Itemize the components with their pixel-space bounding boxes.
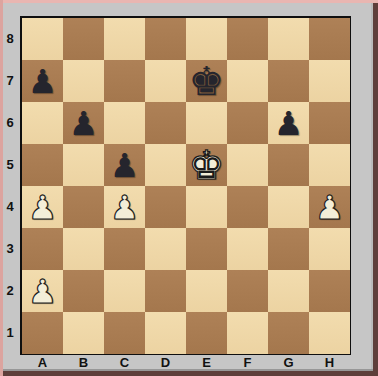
square-a8[interactable]: [22, 18, 63, 60]
square-d3[interactable]: [145, 228, 186, 270]
rank-label-7: 7: [3, 60, 17, 102]
square-f7[interactable]: [227, 60, 268, 102]
square-c1[interactable]: [104, 312, 145, 354]
rank-label-4: 4: [3, 186, 17, 228]
square-c3[interactable]: [104, 228, 145, 270]
square-a3[interactable]: [22, 228, 63, 270]
square-d4[interactable]: [145, 186, 186, 228]
square-f1[interactable]: [227, 312, 268, 354]
rank-label-2: 2: [3, 270, 17, 312]
square-d7[interactable]: [145, 60, 186, 102]
file-label-c: C: [104, 355, 145, 371]
piece-white-pawn[interactable]: ♟: [315, 191, 345, 224]
file-label-g: G: [268, 355, 309, 371]
square-h1[interactable]: [309, 312, 350, 354]
piece-black-pawn[interactable]: ♟: [28, 65, 58, 98]
square-e3[interactable]: [186, 228, 227, 270]
square-f4[interactable]: [227, 186, 268, 228]
square-h3[interactable]: [309, 228, 350, 270]
piece-black-king[interactable]: ♚: [189, 61, 225, 101]
square-h6[interactable]: [309, 102, 350, 144]
square-e4[interactable]: [186, 186, 227, 228]
square-e1[interactable]: [186, 312, 227, 354]
square-f3[interactable]: [227, 228, 268, 270]
square-h2[interactable]: [309, 270, 350, 312]
file-labels: ABCDEFGH: [22, 355, 350, 371]
rank-label-3: 3: [3, 228, 17, 270]
square-h5[interactable]: [309, 144, 350, 186]
square-c8[interactable]: [104, 18, 145, 60]
square-a7[interactable]: ♟: [22, 60, 63, 102]
square-d2[interactable]: [145, 270, 186, 312]
board-frame: 87654321 ♟♚♟♟♟♚♟♟♟♟ ABCDEFGH: [0, 0, 378, 376]
piece-white-pawn[interactable]: ♟: [28, 275, 58, 308]
square-f2[interactable]: [227, 270, 268, 312]
square-e5[interactable]: ♚: [186, 144, 227, 186]
square-g5[interactable]: [268, 144, 309, 186]
square-a6[interactable]: [22, 102, 63, 144]
square-g3[interactable]: [268, 228, 309, 270]
square-a5[interactable]: [22, 144, 63, 186]
piece-white-pawn[interactable]: ♟: [110, 191, 140, 224]
rank-labels: 87654321: [3, 18, 17, 354]
square-e6[interactable]: [186, 102, 227, 144]
square-c7[interactable]: [104, 60, 145, 102]
piece-black-pawn[interactable]: ♟: [274, 107, 304, 140]
square-h8[interactable]: [309, 18, 350, 60]
square-e8[interactable]: [186, 18, 227, 60]
square-b4[interactable]: [63, 186, 104, 228]
square-g2[interactable]: [268, 270, 309, 312]
rank-label-1: 1: [3, 312, 17, 354]
square-e2[interactable]: [186, 270, 227, 312]
square-c4[interactable]: ♟: [104, 186, 145, 228]
file-label-b: B: [63, 355, 104, 371]
piece-black-pawn[interactable]: ♟: [110, 149, 140, 182]
square-g8[interactable]: [268, 18, 309, 60]
file-label-e: E: [186, 355, 227, 371]
file-label-a: A: [22, 355, 63, 371]
square-a1[interactable]: [22, 312, 63, 354]
square-f8[interactable]: [227, 18, 268, 60]
square-g4[interactable]: [268, 186, 309, 228]
square-g1[interactable]: [268, 312, 309, 354]
square-f6[interactable]: [227, 102, 268, 144]
rank-label-5: 5: [3, 144, 17, 186]
file-label-d: D: [145, 355, 186, 371]
square-a2[interactable]: ♟: [22, 270, 63, 312]
chess-board: ♟♚♟♟♟♚♟♟♟♟: [20, 16, 351, 355]
piece-white-pawn[interactable]: ♟: [28, 191, 58, 224]
rank-label-8: 8: [3, 18, 17, 60]
square-c6[interactable]: [104, 102, 145, 144]
square-b1[interactable]: [63, 312, 104, 354]
file-label-f: F: [227, 355, 268, 371]
square-b6[interactable]: ♟: [63, 102, 104, 144]
piece-black-pawn[interactable]: ♟: [69, 107, 99, 140]
square-g6[interactable]: ♟: [268, 102, 309, 144]
square-b2[interactable]: [63, 270, 104, 312]
square-b5[interactable]: [63, 144, 104, 186]
square-c5[interactable]: ♟: [104, 144, 145, 186]
square-d1[interactable]: [145, 312, 186, 354]
square-a4[interactable]: ♟: [22, 186, 63, 228]
square-d6[interactable]: [145, 102, 186, 144]
square-g7[interactable]: [268, 60, 309, 102]
square-d8[interactable]: [145, 18, 186, 60]
square-h4[interactable]: ♟: [309, 186, 350, 228]
rank-label-6: 6: [3, 102, 17, 144]
file-label-h: H: [309, 355, 350, 371]
piece-white-king[interactable]: ♚: [189, 145, 225, 185]
square-b3[interactable]: [63, 228, 104, 270]
square-c2[interactable]: [104, 270, 145, 312]
square-b7[interactable]: [63, 60, 104, 102]
square-e7[interactable]: ♚: [186, 60, 227, 102]
square-f5[interactable]: [227, 144, 268, 186]
square-b8[interactable]: [63, 18, 104, 60]
square-h7[interactable]: [309, 60, 350, 102]
square-d5[interactable]: [145, 144, 186, 186]
